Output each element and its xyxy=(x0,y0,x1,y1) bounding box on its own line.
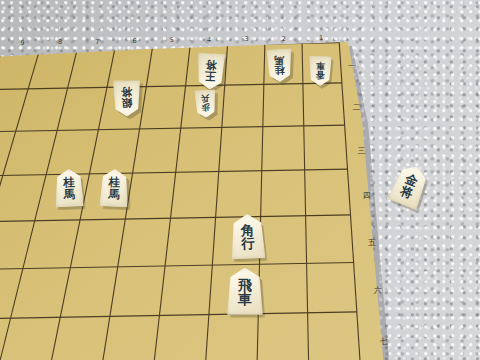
piece-kanji: 将 xyxy=(205,59,217,71)
piece-kanji: 行 xyxy=(241,237,255,251)
piece-kanji: 桂 xyxy=(275,65,285,75)
piece-kanji: 王 xyxy=(205,70,217,82)
piece-kanji: 馬 xyxy=(274,54,284,64)
piece-kanji: 馬 xyxy=(63,189,75,201)
piece-kanji: 馬 xyxy=(109,189,121,201)
piece-kanji: 車 xyxy=(238,292,252,306)
piece-kanji: 将 xyxy=(121,86,132,97)
piece-kanji: 銀 xyxy=(121,97,132,108)
piece-kanji: 車 xyxy=(316,60,325,69)
photo-scene: 987654321一二三四五六七 香車桂馬王将銀将歩兵桂馬桂馬角行飛車金将 xyxy=(0,0,480,360)
piece-kanji: 飛 xyxy=(238,278,252,292)
piece-kanji: 歩 xyxy=(201,103,210,112)
piece-kanji: 将 xyxy=(398,185,414,201)
piece-kanji: 兵 xyxy=(201,94,210,103)
